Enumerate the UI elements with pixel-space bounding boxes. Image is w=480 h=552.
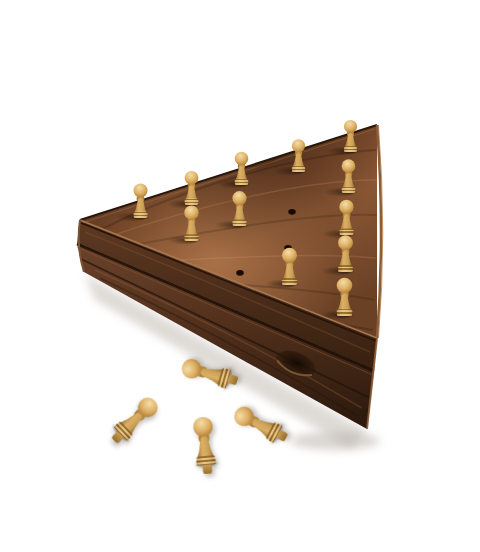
peg-glyph (230, 402, 283, 444)
peg-glyph (233, 152, 249, 185)
peg-base-rings (336, 309, 352, 316)
peg-base-rings (338, 265, 353, 272)
holes-and-pegs-layer (0, 0, 480, 552)
peg-head (343, 120, 356, 133)
peg-head (281, 248, 296, 263)
peg-base-rings (341, 187, 355, 193)
peg-glyph (183, 206, 200, 241)
peg-base-rings (343, 146, 356, 152)
peg-tip (201, 465, 211, 475)
peg-solitaire-scene (0, 0, 480, 552)
peg-glyph (335, 278, 353, 316)
peg-head (184, 171, 198, 185)
peg-base-rings (339, 228, 353, 235)
peg-head (341, 159, 355, 173)
peg-glyph (183, 171, 199, 205)
peg-glyph (179, 356, 231, 391)
peg-head (232, 191, 246, 205)
peg-glyph (340, 159, 356, 193)
peg-head (192, 416, 213, 437)
peg-base-rings (184, 199, 198, 205)
peg-tip (275, 431, 287, 443)
peg-glyph (338, 200, 355, 235)
peg-base-rings (291, 166, 304, 172)
peg-head (338, 235, 353, 250)
peg-base-rings (281, 278, 296, 285)
peg-head (291, 139, 304, 152)
peg-base-rings (133, 212, 147, 218)
peg-glyph (231, 191, 247, 226)
peg-base-rings (184, 234, 198, 241)
peg-base-rings (234, 179, 248, 185)
peg-head (133, 183, 147, 197)
peg-glyph (112, 392, 162, 442)
peg-glyph (342, 120, 357, 152)
peg-glyph (336, 235, 353, 272)
peg-head (336, 278, 352, 294)
peg-head (234, 152, 248, 166)
peg-glyph (280, 248, 297, 285)
empty-hole-dot (288, 209, 296, 215)
peg-base-rings (232, 219, 246, 226)
peg-head (179, 357, 203, 381)
peg-head (184, 206, 198, 220)
peg-glyph (290, 139, 305, 172)
peg-head (339, 200, 353, 214)
peg-glyph (190, 416, 217, 466)
peg-glyph (132, 183, 148, 218)
empty-hole-dot (236, 270, 244, 276)
